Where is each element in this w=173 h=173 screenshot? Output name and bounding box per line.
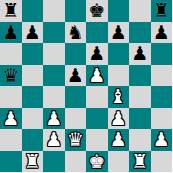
piece-black-pawn: ♟: [88, 43, 105, 65]
square-g5[interactable]: [129, 65, 151, 87]
square-f4[interactable]: ♝: [108, 86, 130, 108]
square-g7[interactable]: [129, 22, 151, 44]
square-d2[interactable]: ♛: [65, 129, 87, 151]
piece-white-queen: ♛: [67, 129, 84, 151]
square-f5[interactable]: [108, 65, 130, 87]
square-e6[interactable]: ♟: [86, 43, 108, 65]
piece-black-pawn: ♟: [131, 43, 148, 65]
piece-white-pawn: ♟: [45, 107, 62, 129]
square-g4[interactable]: [129, 86, 151, 108]
square-c4[interactable]: [43, 86, 65, 108]
square-f8[interactable]: [108, 0, 130, 22]
piece-white-pawn: ♟: [110, 129, 127, 151]
square-c2[interactable]: ♟: [43, 129, 65, 151]
piece-black-rook: ♜: [153, 0, 170, 21]
square-h1[interactable]: [151, 151, 173, 173]
square-d3[interactable]: [65, 108, 87, 130]
square-e4[interactable]: [86, 86, 108, 108]
square-c6[interactable]: [43, 43, 65, 65]
square-f3[interactable]: ♟: [108, 108, 130, 130]
square-d4[interactable]: [65, 86, 87, 108]
square-c5[interactable]: [43, 65, 65, 87]
piece-black-pawn: ♟: [2, 21, 19, 43]
piece-white-rook: ♜: [24, 150, 41, 172]
square-e2[interactable]: [86, 129, 108, 151]
square-f6[interactable]: [108, 43, 130, 65]
square-a5[interactable]: ♛: [0, 65, 22, 87]
square-d6[interactable]: [65, 43, 87, 65]
square-e7[interactable]: [86, 22, 108, 44]
square-d1[interactable]: [65, 151, 87, 173]
piece-white-pawn: ♟: [45, 129, 62, 151]
square-f1[interactable]: [108, 151, 130, 173]
piece-black-pawn: ♟: [24, 21, 41, 43]
square-g2[interactable]: [129, 129, 151, 151]
piece-white-pawn: ♟: [153, 129, 170, 151]
piece-black-knight: ♞: [67, 21, 84, 43]
square-c7[interactable]: [43, 22, 65, 44]
square-a4[interactable]: [0, 86, 22, 108]
square-e8[interactable]: ♚: [86, 0, 108, 22]
square-g6[interactable]: ♟: [129, 43, 151, 65]
piece-white-pawn: ♟: [88, 64, 105, 86]
square-h2[interactable]: ♟: [151, 129, 173, 151]
square-c3[interactable]: ♟: [43, 108, 65, 130]
piece-black-pawn: ♟: [110, 21, 127, 43]
chess-board: ♜♚♜♟♟♞♟♟♟♟♛♟♟♝♟♟♟♟♛♟♟♜♚♜: [0, 0, 172, 172]
square-a3[interactable]: ♟: [0, 108, 22, 130]
square-a7[interactable]: ♟: [0, 22, 22, 44]
square-d7[interactable]: ♞: [65, 22, 87, 44]
square-f2[interactable]: ♟: [108, 129, 130, 151]
piece-white-rook: ♜: [131, 150, 148, 172]
piece-white-pawn: ♟: [2, 107, 19, 129]
square-c8[interactable]: [43, 0, 65, 22]
square-b1[interactable]: ♜: [22, 151, 44, 173]
square-e3[interactable]: [86, 108, 108, 130]
square-b2[interactable]: [22, 129, 44, 151]
square-b4[interactable]: [22, 86, 44, 108]
square-e5[interactable]: ♟: [86, 65, 108, 87]
piece-black-king: ♚: [88, 0, 105, 21]
square-h4[interactable]: [151, 86, 173, 108]
piece-black-pawn: ♟: [67, 64, 84, 86]
square-d5[interactable]: ♟: [65, 65, 87, 87]
square-h5[interactable]: [151, 65, 173, 87]
piece-white-bishop: ♝: [110, 86, 127, 108]
square-c1[interactable]: [43, 151, 65, 173]
square-b3[interactable]: [22, 108, 44, 130]
piece-white-king: ♚: [88, 150, 105, 172]
piece-black-pawn: ♟: [153, 21, 170, 43]
square-h7[interactable]: ♟: [151, 22, 173, 44]
square-b7[interactable]: ♟: [22, 22, 44, 44]
square-e1[interactable]: ♚: [86, 151, 108, 173]
square-g1[interactable]: ♜: [129, 151, 151, 173]
square-b6[interactable]: [22, 43, 44, 65]
square-g3[interactable]: [129, 108, 151, 130]
square-b5[interactable]: [22, 65, 44, 87]
piece-white-pawn: ♟: [110, 107, 127, 129]
square-h8[interactable]: ♜: [151, 0, 173, 22]
piece-black-queen: ♛: [2, 64, 19, 86]
square-b8[interactable]: [22, 0, 44, 22]
square-a6[interactable]: [0, 43, 22, 65]
square-h6[interactable]: [151, 43, 173, 65]
square-f7[interactable]: ♟: [108, 22, 130, 44]
square-a1[interactable]: [0, 151, 22, 173]
square-h3[interactable]: [151, 108, 173, 130]
piece-black-rook: ♜: [2, 0, 19, 21]
square-a8[interactable]: ♜: [0, 0, 22, 22]
square-d8[interactable]: [65, 0, 87, 22]
square-g8[interactable]: [129, 0, 151, 22]
square-a2[interactable]: [0, 129, 22, 151]
